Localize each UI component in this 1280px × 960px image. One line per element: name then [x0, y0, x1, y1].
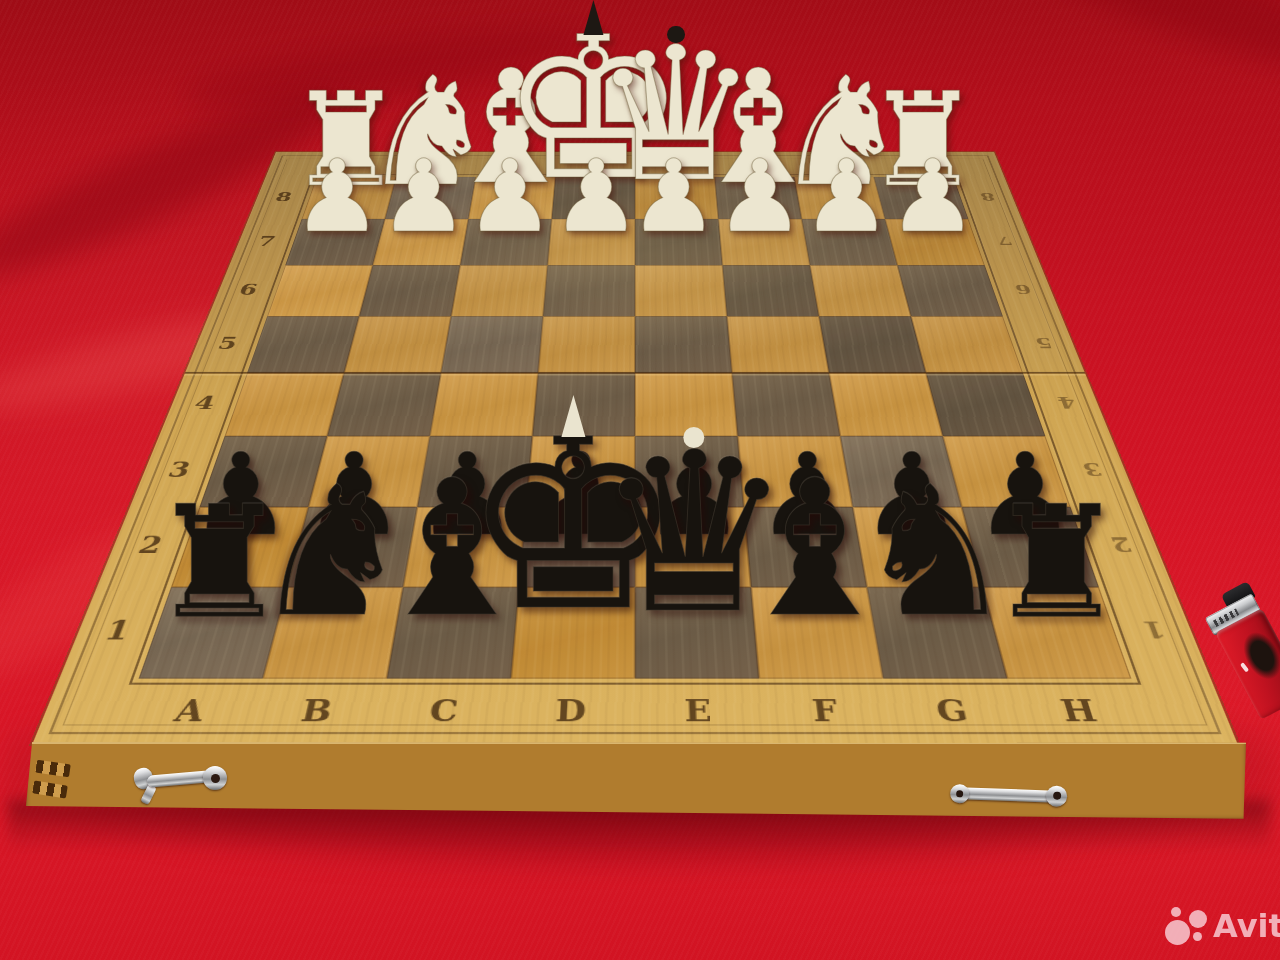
avito-watermark: Avito — [1164, 904, 1280, 948]
rank-label-7-right: 7 — [981, 234, 1028, 248]
avito-logo-icon — [1164, 904, 1208, 948]
latch-left — [131, 758, 233, 810]
rank-label-8-right: 8 — [965, 190, 1010, 203]
latch-arm — [147, 770, 212, 788]
rank-label-7-left: 7 — [243, 234, 291, 249]
file-label-a-far: A — [340, 157, 382, 169]
board-fold-seam — [184, 372, 1085, 374]
rank-label-4-right: 4 — [1038, 393, 1095, 412]
file-label-b-near: B — [282, 695, 352, 728]
rank-label-3-right: 3 — [1062, 458, 1122, 479]
rank-label-4-left: 4 — [177, 393, 234, 413]
latch-pin — [211, 774, 220, 783]
file-label-h-far: H — [888, 157, 930, 169]
rank-label-1-right: 1 — [1119, 616, 1189, 643]
file-label-d-near: D — [539, 695, 603, 728]
latch-arm — [960, 787, 1054, 802]
file-label-e-far: E — [655, 157, 694, 169]
rank-label-2-right: 2 — [1089, 532, 1154, 556]
latch-right — [947, 778, 1068, 820]
file-label-h-near: H — [1043, 695, 1116, 728]
rank-label-1-left: 1 — [83, 616, 153, 645]
file-label-a-near: A — [154, 695, 227, 728]
rank-label-3-left: 3 — [149, 458, 210, 481]
avito-wordmark: Avito — [1213, 907, 1280, 945]
file-label-g-far: G — [810, 157, 851, 169]
file-label-b-far: B — [418, 157, 459, 169]
rank-label-2-left: 2 — [118, 532, 183, 558]
file-label-f-near: F — [792, 695, 859, 728]
file-label-g-near: G — [918, 695, 988, 728]
file-label-e-near: E — [667, 695, 731, 728]
rank-label-5-right: 5 — [1017, 334, 1070, 351]
photo-stage: AABBCCDDEEFFGGHH1122334455667788 ♜♞♝♚♛♝♞… — [0, 0, 1280, 960]
rank-label-8-left: 8 — [261, 190, 306, 203]
rank-label-6-right: 6 — [998, 281, 1048, 296]
file-label-c-far: C — [497, 157, 537, 169]
file-label-c-near: C — [411, 695, 478, 728]
rank-label-5-left: 5 — [201, 334, 255, 352]
rank-label-6-left: 6 — [223, 281, 274, 297]
file-label-f-far: F — [732, 157, 772, 169]
file-label-d-far: D — [576, 157, 615, 169]
lighter-graphic — [1233, 623, 1280, 689]
